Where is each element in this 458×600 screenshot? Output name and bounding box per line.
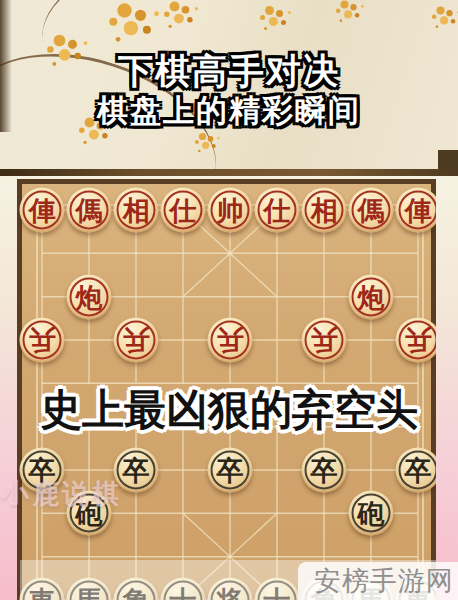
watermark-right: 安榜手游网 [298, 562, 458, 600]
piece-red-i4[interactable]: 兵 [396, 317, 437, 362]
screenshot-root: 下棋高手对决 棋盘上的精彩瞬间 [0, 0, 458, 600]
piece-glyph: 俥 [29, 197, 56, 224]
piece-red-f1[interactable]: 仕 [255, 188, 300, 233]
piece-glyph: 炮 [358, 283, 385, 310]
piece-red-b3[interactable]: 炮 [67, 274, 112, 319]
piece-glyph: 相 [123, 197, 150, 224]
board-section: 俥傌相仕帅仕相傌俥炮炮兵兵兵兵兵卒卒卒卒卒砲砲車馬象士将士象馬車 小鹿说棋 史上… [0, 176, 458, 600]
banner-title-line1: 下棋高手对决 [0, 48, 458, 95]
piece-red-c1[interactable]: 相 [114, 188, 159, 233]
piece-glyph: 兵 [405, 326, 432, 353]
piece-glyph: 卒 [311, 456, 338, 483]
piece-red-a1[interactable]: 俥 [20, 188, 65, 233]
piece-glyph: 砲 [358, 500, 385, 527]
piece-red-i1[interactable]: 俥 [396, 188, 437, 233]
banner-bottom-band [0, 169, 458, 176]
piece-glyph: 兵 [311, 326, 338, 353]
piece-glyph: 兵 [217, 326, 244, 353]
flower-decoration [199, 133, 206, 140]
flower-decoration [436, 6, 444, 14]
flower-decoration [117, 3, 131, 17]
piece-red-h3[interactable]: 炮 [349, 274, 394, 319]
piece-red-g1[interactable]: 相 [302, 188, 347, 233]
piece-glyph: 傌 [358, 197, 385, 224]
piece-red-b1[interactable]: 傌 [67, 188, 112, 233]
banner-title-line2: 棋盘上的精彩瞬间 [0, 90, 458, 132]
top-banner: 下棋高手对决 棋盘上的精彩瞬间 [0, 0, 458, 176]
piece-red-e1[interactable]: 帅 [208, 188, 253, 233]
flower-decoration [54, 35, 66, 47]
piece-red-a4[interactable]: 兵 [20, 317, 65, 362]
piece-glyph: 相 [311, 197, 338, 224]
watermark-left: 小鹿说棋 [2, 476, 122, 512]
piece-glyph: 兵 [123, 326, 150, 353]
flower-decoration [340, 0, 348, 8]
piece-red-e4[interactable]: 兵 [208, 317, 253, 362]
piece-glyph: 帅 [217, 197, 244, 224]
piece-red-g4[interactable]: 兵 [302, 317, 347, 362]
piece-glyph: 卒 [405, 456, 432, 483]
piece-glyph: 傌 [76, 197, 103, 224]
piece-red-d1[interactable]: 仕 [161, 188, 206, 233]
flower-decoration [265, 6, 274, 15]
piece-glyph: 仕 [264, 197, 291, 224]
flower-decoration [170, 2, 180, 12]
piece-glyph: 卒 [217, 456, 244, 483]
piece-black-g7[interactable]: 卒 [302, 447, 347, 492]
piece-black-e7[interactable]: 卒 [208, 447, 253, 492]
piece-black-h8[interactable]: 砲 [349, 491, 394, 536]
piece-red-c4[interactable]: 兵 [114, 317, 159, 362]
overlay-title: 史上最凶狠的弃空头 [0, 382, 458, 438]
piece-glyph: 仕 [170, 197, 197, 224]
piece-glyph: 炮 [76, 283, 103, 310]
piece-glyph: 俥 [405, 197, 432, 224]
piece-glyph: 兵 [29, 326, 56, 353]
piece-red-h1[interactable]: 傌 [349, 188, 394, 233]
piece-glyph: 卒 [123, 456, 150, 483]
piece-black-i7[interactable]: 卒 [396, 447, 437, 492]
